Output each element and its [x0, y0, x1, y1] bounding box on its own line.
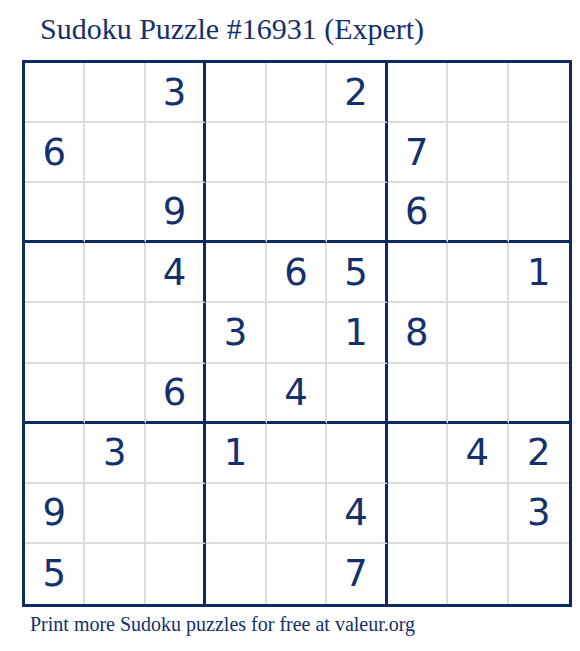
cell-r6c1 [25, 364, 85, 424]
cell-r9c5 [267, 544, 327, 604]
cell-r4c9: 1 [509, 243, 569, 303]
cell-r2c4 [206, 123, 266, 183]
cell-r5c6: 1 [327, 303, 387, 363]
cell-r8c9: 3 [509, 484, 569, 544]
cell-r4c4 [206, 243, 266, 303]
cell-r5c1 [25, 303, 85, 363]
cell-r9c7 [388, 544, 448, 604]
cell-r6c2 [85, 364, 145, 424]
cell-r4c3: 4 [146, 243, 206, 303]
sudoku-board: 326796465131864314294357 [22, 60, 572, 607]
cell-r9c3 [146, 544, 206, 604]
cell-r1c7 [388, 63, 448, 123]
cell-r3c5 [267, 183, 327, 243]
cell-r2c2 [85, 123, 145, 183]
cell-r2c1: 6 [25, 123, 85, 183]
cell-r9c2 [85, 544, 145, 604]
cell-r3c9 [509, 183, 569, 243]
cell-r8c4 [206, 484, 266, 544]
cell-r9c6: 7 [327, 544, 387, 604]
cell-r6c6 [327, 364, 387, 424]
cell-r3c6 [327, 183, 387, 243]
cell-r6c5: 4 [267, 364, 327, 424]
cell-r8c1: 9 [25, 484, 85, 544]
cell-r1c2 [85, 63, 145, 123]
cell-r5c9 [509, 303, 569, 363]
cell-r3c4 [206, 183, 266, 243]
cell-r6c7 [388, 364, 448, 424]
cell-r8c7 [388, 484, 448, 544]
cell-r4c1 [25, 243, 85, 303]
cell-r5c2 [85, 303, 145, 363]
cell-r6c9 [509, 364, 569, 424]
cell-r5c5 [267, 303, 327, 363]
cell-r1c4 [206, 63, 266, 123]
cell-r5c3 [146, 303, 206, 363]
cell-r4c8 [448, 243, 508, 303]
cell-r1c8 [448, 63, 508, 123]
cell-r2c7: 7 [388, 123, 448, 183]
footer-note: Print more Sudoku puzzles for free at va… [30, 613, 415, 636]
cell-r7c7 [388, 424, 448, 484]
cell-r9c8 [448, 544, 508, 604]
cell-r1c1 [25, 63, 85, 123]
cell-r2c9 [509, 123, 569, 183]
cell-r7c8: 4 [448, 424, 508, 484]
cell-r1c3: 3 [146, 63, 206, 123]
cell-r9c1: 5 [25, 544, 85, 604]
cell-r6c4 [206, 364, 266, 424]
cell-r4c7 [388, 243, 448, 303]
cell-r5c7: 8 [388, 303, 448, 363]
cell-r5c4: 3 [206, 303, 266, 363]
cell-r2c6 [327, 123, 387, 183]
cell-r9c9 [509, 544, 569, 604]
cell-r8c6: 4 [327, 484, 387, 544]
cell-r7c1 [25, 424, 85, 484]
cell-r7c2: 3 [85, 424, 145, 484]
cell-r5c8 [448, 303, 508, 363]
cell-r8c5 [267, 484, 327, 544]
cell-r2c5 [267, 123, 327, 183]
cell-r4c6: 5 [327, 243, 387, 303]
cell-r7c4: 1 [206, 424, 266, 484]
cell-r4c5: 6 [267, 243, 327, 303]
cell-r1c5 [267, 63, 327, 123]
cell-r9c4 [206, 544, 266, 604]
cell-r7c6 [327, 424, 387, 484]
cell-r3c3: 9 [146, 183, 206, 243]
cell-r8c8 [448, 484, 508, 544]
cell-r3c1 [25, 183, 85, 243]
cell-r3c7: 6 [388, 183, 448, 243]
cell-r8c3 [146, 484, 206, 544]
cell-r7c9: 2 [509, 424, 569, 484]
cell-r8c2 [85, 484, 145, 544]
cell-r4c2 [85, 243, 145, 303]
cell-r1c9 [509, 63, 569, 123]
cell-r3c2 [85, 183, 145, 243]
page-title: Sudoku Puzzle #16931 (Expert) [40, 12, 424, 46]
cell-r2c8 [448, 123, 508, 183]
cell-r6c3: 6 [146, 364, 206, 424]
cell-r7c5 [267, 424, 327, 484]
cell-r2c3 [146, 123, 206, 183]
cell-r7c3 [146, 424, 206, 484]
cell-r3c8 [448, 183, 508, 243]
cell-r1c6: 2 [327, 63, 387, 123]
cell-r6c8 [448, 364, 508, 424]
